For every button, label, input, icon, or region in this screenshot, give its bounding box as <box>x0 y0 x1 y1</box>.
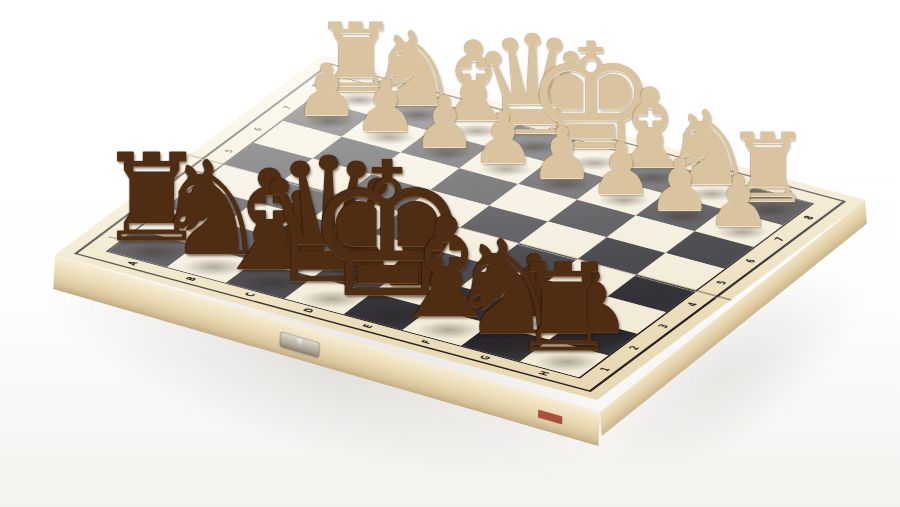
logo-mark <box>538 409 563 424</box>
clasp-latch-icon <box>280 331 320 357</box>
photo-scene: AABBCCDDEEFFGGHH1122334455667788 ♜♞♝♛♚♝♞… <box>0 0 900 507</box>
